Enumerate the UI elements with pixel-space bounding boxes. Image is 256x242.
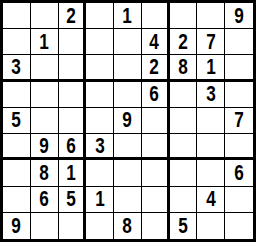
cell-r7c6[interactable]: [142, 160, 170, 186]
cell-r8c6[interactable]: [142, 187, 170, 213]
cell-r4c9[interactable]: [225, 82, 253, 108]
cell-r2c3[interactable]: [59, 29, 87, 55]
cell-r1c9[interactable]: 9: [225, 3, 253, 29]
cell-r4c6[interactable]: 6: [142, 82, 170, 108]
cell-r2c1[interactable]: [3, 29, 31, 55]
cell-r6c2[interactable]: 9: [31, 134, 59, 160]
cell-value: 1: [39, 31, 49, 53]
cell-r7c2[interactable]: 8: [31, 160, 59, 186]
cell-value: 6: [149, 83, 159, 105]
cell-r5c8[interactable]: [197, 108, 225, 134]
cell-value: 3: [12, 56, 22, 78]
cell-value: 8: [178, 56, 188, 78]
cell-r4c1[interactable]: [3, 82, 31, 108]
cell-value: 2: [66, 5, 76, 27]
cell-r5c6[interactable]: [142, 108, 170, 134]
cell-r2c7[interactable]: 2: [170, 29, 198, 55]
cell-r8c1[interactable]: [3, 187, 31, 213]
cell-r8c8[interactable]: 4: [197, 187, 225, 213]
cell-value: 1: [66, 162, 76, 184]
cell-r2c5[interactable]: [114, 29, 142, 55]
cell-r7c7[interactable]: [170, 160, 198, 186]
cell-r3c1[interactable]: 3: [3, 55, 31, 81]
cell-value: 8: [123, 215, 133, 237]
cell-r4c5[interactable]: [114, 82, 142, 108]
cell-value: 5: [178, 215, 188, 237]
cell-r6c3[interactable]: 6: [59, 134, 87, 160]
cell-value: 3: [206, 83, 216, 105]
cell-r2c2[interactable]: 1: [31, 29, 59, 55]
cell-r1c2[interactable]: [31, 3, 59, 29]
cell-r5c3[interactable]: [59, 108, 87, 134]
cell-value: 7: [234, 109, 244, 131]
cell-value: 2: [149, 56, 159, 78]
cell-value: 1: [206, 56, 216, 78]
cell-value: 7: [206, 31, 216, 53]
cell-value: 9: [39, 135, 49, 157]
cell-r6c6[interactable]: [142, 134, 170, 160]
cell-r4c8[interactable]: 3: [197, 82, 225, 108]
cell-r2c8[interactable]: 7: [197, 29, 225, 55]
cell-r4c4[interactable]: [86, 82, 114, 108]
cell-value: 6: [66, 135, 76, 157]
cell-r8c2[interactable]: 6: [31, 187, 59, 213]
cell-value: 5: [12, 109, 22, 131]
cell-r5c4[interactable]: [86, 108, 114, 134]
cell-value: 9: [12, 215, 22, 237]
cell-r1c5[interactable]: 1: [114, 3, 142, 29]
cell-value: 8: [39, 162, 49, 184]
cell-value: 6: [234, 162, 244, 184]
cell-r8c7[interactable]: [170, 187, 198, 213]
cell-r7c5[interactable]: [114, 160, 142, 186]
cell-r4c2[interactable]: [31, 82, 59, 108]
cell-r9c1[interactable]: 9: [3, 213, 31, 239]
cell-r3c3[interactable]: [59, 55, 87, 81]
cell-r1c1[interactable]: [3, 3, 31, 29]
cell-r1c4[interactable]: [86, 3, 114, 29]
cell-r1c8[interactable]: [197, 3, 225, 29]
cell-r8c3[interactable]: 5: [59, 187, 87, 213]
cell-r3c4[interactable]: [86, 55, 114, 81]
cell-value: 4: [149, 31, 159, 53]
cell-r1c3[interactable]: 2: [59, 3, 87, 29]
cell-r9c4[interactable]: [86, 213, 114, 239]
cell-r3c6[interactable]: 2: [142, 55, 170, 81]
sudoku-board: 21914273281635979638166514985: [0, 0, 256, 242]
cell-r9c3[interactable]: [59, 213, 87, 239]
cell-r2c6[interactable]: 4: [142, 29, 170, 55]
cell-r6c4[interactable]: 3: [86, 134, 114, 160]
cell-r5c9[interactable]: 7: [225, 108, 253, 134]
cell-value: 9: [123, 109, 133, 131]
cell-r8c4[interactable]: 1: [86, 187, 114, 213]
cell-value: 4: [206, 188, 216, 210]
cell-r6c7[interactable]: [170, 134, 198, 160]
cell-r7c4[interactable]: [86, 160, 114, 186]
cell-r9c5[interactable]: 8: [114, 213, 142, 239]
cell-r6c5[interactable]: [114, 134, 142, 160]
cell-r1c7[interactable]: [170, 3, 198, 29]
cell-r4c7[interactable]: [170, 82, 198, 108]
cell-value: 6: [39, 188, 49, 210]
cell-r7c3[interactable]: 1: [59, 160, 87, 186]
cell-r5c1[interactable]: 5: [3, 108, 31, 134]
cell-value: 9: [234, 5, 244, 27]
cell-r6c9[interactable]: [225, 134, 253, 160]
cell-r9c6[interactable]: [142, 213, 170, 239]
cell-r3c5[interactable]: [114, 55, 142, 81]
cell-r7c1[interactable]: [3, 160, 31, 186]
cell-r7c8[interactable]: [197, 160, 225, 186]
cell-r8c5[interactable]: [114, 187, 142, 213]
cell-r3c8[interactable]: 1: [197, 55, 225, 81]
cell-r9c9[interactable]: [225, 213, 253, 239]
cell-r9c2[interactable]: [31, 213, 59, 239]
cell-r3c9[interactable]: [225, 55, 253, 81]
cell-r3c2[interactable]: [31, 55, 59, 81]
cell-value: 1: [95, 188, 105, 210]
cell-r6c8[interactable]: [197, 134, 225, 160]
cell-r5c5[interactable]: 9: [114, 108, 142, 134]
cell-value: 5: [66, 188, 76, 210]
cell-r5c7[interactable]: [170, 108, 198, 134]
cell-r1c6[interactable]: [142, 3, 170, 29]
cell-r6c1[interactable]: [3, 134, 31, 160]
cell-r2c9[interactable]: [225, 29, 253, 55]
cell-r9c7[interactable]: 5: [170, 213, 198, 239]
cell-value: 2: [178, 31, 188, 53]
cell-r2c4[interactable]: [86, 29, 114, 55]
cell-value: 3: [95, 135, 105, 157]
cell-r5c2[interactable]: [31, 108, 59, 134]
cell-r4c3[interactable]: [59, 82, 87, 108]
cell-r8c9[interactable]: [225, 187, 253, 213]
cell-r7c9[interactable]: 6: [225, 160, 253, 186]
cell-r9c8[interactable]: [197, 213, 225, 239]
cell-r3c7[interactable]: 8: [170, 55, 198, 81]
cell-value: 1: [123, 5, 133, 27]
